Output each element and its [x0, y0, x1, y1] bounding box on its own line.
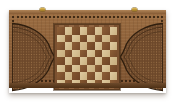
board-square — [72, 72, 80, 80]
right-hinge-icon — [132, 8, 137, 11]
chessboard-frame — [54, 24, 120, 90]
left-hinge-icon — [40, 8, 45, 11]
board-square — [95, 42, 103, 50]
board-square — [65, 35, 73, 43]
board-square — [72, 42, 80, 50]
board-square — [87, 72, 95, 80]
board-square — [87, 65, 95, 73]
backgammon-case — [9, 10, 166, 93]
left-arch-ornament — [12, 22, 56, 92]
board-square — [102, 35, 110, 43]
board-square — [102, 57, 110, 65]
board-square — [110, 50, 118, 58]
board-square — [57, 27, 65, 35]
board-square — [87, 57, 95, 65]
board-square — [87, 50, 95, 58]
board-square — [102, 27, 110, 35]
board-square — [80, 50, 88, 58]
board-square — [72, 57, 80, 65]
board-square — [72, 35, 80, 43]
board-square — [65, 27, 73, 35]
case-bottom-edge — [9, 83, 166, 88]
board-square — [65, 57, 73, 65]
board-square — [80, 72, 88, 80]
board-square — [57, 42, 65, 50]
board-square — [95, 27, 103, 35]
board-square — [110, 72, 118, 80]
board-square — [110, 65, 118, 73]
board-square — [57, 57, 65, 65]
case-face — [9, 14, 166, 88]
board-square — [102, 50, 110, 58]
board-square — [87, 42, 95, 50]
board-square — [95, 65, 103, 73]
board-square — [57, 50, 65, 58]
board-square — [65, 72, 73, 80]
right-arch-ornament — [119, 22, 163, 92]
board-square — [57, 72, 65, 80]
board-square — [80, 65, 88, 73]
board-square — [57, 65, 65, 73]
board-square — [65, 65, 73, 73]
board-square — [72, 65, 80, 73]
board-square — [110, 42, 118, 50]
board-square — [95, 50, 103, 58]
board-square — [95, 35, 103, 43]
board-square — [95, 72, 103, 80]
board-square — [80, 27, 88, 35]
board-square — [110, 35, 118, 43]
board-square — [80, 57, 88, 65]
board-square — [87, 35, 95, 43]
board-square — [80, 35, 88, 43]
board-square — [110, 57, 118, 65]
board-square — [102, 65, 110, 73]
chessboard — [57, 27, 117, 87]
board-square — [80, 42, 88, 50]
board-square — [110, 27, 118, 35]
board-square — [102, 42, 110, 50]
board-square — [72, 27, 80, 35]
board-square — [65, 42, 73, 50]
board-square — [65, 50, 73, 58]
board-square — [95, 57, 103, 65]
board-square — [87, 27, 95, 35]
board-square — [72, 50, 80, 58]
board-square — [57, 35, 65, 43]
board-square — [102, 72, 110, 80]
